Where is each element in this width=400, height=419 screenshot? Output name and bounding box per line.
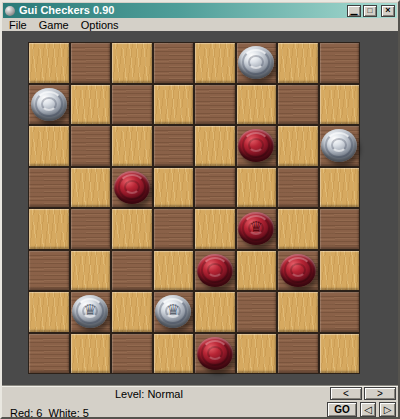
square-r6c1[interactable] (29, 251, 69, 291)
square-r4c4[interactable] (154, 168, 194, 208)
square-r7c6[interactable] (237, 292, 277, 332)
square-r3c4[interactable] (154, 126, 194, 166)
close-button[interactable]: × (381, 5, 395, 17)
square-r4c8[interactable] (320, 168, 360, 208)
menu-bar: File Game Options (2, 18, 398, 31)
menu-options[interactable]: Options (76, 19, 126, 31)
square-r7c5[interactable] (195, 292, 235, 332)
prev-move-button[interactable]: < (330, 387, 362, 400)
board: ♛♛♛ (28, 42, 360, 374)
square-r4c1[interactable] (29, 168, 69, 208)
square-r8c7[interactable] (278, 334, 318, 374)
square-r3c6[interactable] (237, 126, 277, 166)
status-bar: Red: 6 White: 5 Eval: -23 KNodes: 7539 D… (2, 385, 398, 419)
square-r6c6[interactable] (237, 251, 277, 291)
go-button[interactable]: GO (327, 402, 357, 417)
square-r3c8[interactable] (320, 126, 360, 166)
square-r5c1[interactable] (29, 209, 69, 249)
white-man-piece[interactable] (31, 88, 67, 121)
square-r1c7[interactable] (278, 43, 318, 83)
square-r4c2[interactable] (71, 168, 111, 208)
red-man-piece[interactable] (197, 254, 233, 287)
minimize-button[interactable]: ▁ (347, 5, 361, 17)
menu-file[interactable]: File (4, 19, 34, 31)
square-r8c3[interactable] (112, 334, 152, 374)
square-r6c2[interactable] (71, 251, 111, 291)
square-r5c4[interactable] (154, 209, 194, 249)
square-r2c4[interactable] (154, 85, 194, 125)
square-r5c2[interactable] (71, 209, 111, 249)
square-r3c5[interactable] (195, 126, 235, 166)
square-r5c6[interactable]: ♛ (237, 209, 277, 249)
red-man-piece[interactable] (238, 129, 274, 162)
red-man-piece[interactable] (197, 337, 233, 370)
square-r2c6[interactable] (237, 85, 277, 125)
square-r8c2[interactable] (71, 334, 111, 374)
board-frame: ♛♛♛ (2, 31, 398, 385)
square-r5c7[interactable] (278, 209, 318, 249)
square-r5c3[interactable] (112, 209, 152, 249)
engine-stats: Red: 6 White: 5 Eval: -23 KNodes: 7539 D… (10, 388, 132, 419)
square-r2c5[interactable] (195, 85, 235, 125)
square-r7c4[interactable]: ♛ (154, 292, 194, 332)
menu-game[interactable]: Game (34, 19, 76, 31)
square-r7c8[interactable] (320, 292, 360, 332)
white-man-piece[interactable] (321, 129, 357, 162)
square-r4c3[interactable] (112, 168, 152, 208)
square-r6c5[interactable] (195, 251, 235, 291)
square-r1c3[interactable] (112, 43, 152, 83)
white-man-piece[interactable] (238, 46, 274, 79)
square-r4c7[interactable] (278, 168, 318, 208)
window-title: Gui Checkers 0.90 (19, 4, 347, 17)
square-r8c6[interactable] (237, 334, 277, 374)
square-r1c5[interactable] (195, 43, 235, 83)
square-r2c7[interactable] (278, 85, 318, 125)
square-r8c5[interactable] (195, 334, 235, 374)
square-r8c1[interactable] (29, 334, 69, 374)
square-r6c4[interactable] (154, 251, 194, 291)
square-r3c1[interactable] (29, 126, 69, 166)
next-move-button[interactable]: > (364, 387, 396, 400)
crown-icon: ♛ (238, 216, 274, 238)
square-r6c7[interactable] (278, 251, 318, 291)
maximize-button[interactable]: □ (363, 5, 377, 17)
step-forward-button[interactable]: ▷ (379, 402, 396, 417)
crown-icon: ♛ (72, 299, 108, 321)
square-r4c5[interactable] (195, 168, 235, 208)
app-icon (5, 6, 15, 16)
square-r6c8[interactable] (320, 251, 360, 291)
square-r4c6[interactable] (237, 168, 277, 208)
step-back-button[interactable]: ◁ (360, 402, 376, 417)
square-r2c8[interactable] (320, 85, 360, 125)
crown-icon: ♛ (155, 299, 191, 321)
square-r8c8[interactable] (320, 334, 360, 374)
title-bar[interactable]: Gui Checkers 0.90 ▁ □ × (3, 3, 397, 18)
red-man-piece[interactable] (280, 254, 316, 287)
square-r3c2[interactable] (71, 126, 111, 166)
red-king-piece[interactable]: ♛ (238, 212, 274, 245)
white-king-piece[interactable]: ♛ (72, 295, 108, 328)
level-label: Level: Normal (115, 388, 183, 400)
square-r1c8[interactable] (320, 43, 360, 83)
square-r7c7[interactable] (278, 292, 318, 332)
square-r8c4[interactable] (154, 334, 194, 374)
square-r7c3[interactable] (112, 292, 152, 332)
square-r2c3[interactable] (112, 85, 152, 125)
square-r1c4[interactable] (154, 43, 194, 83)
square-r2c1[interactable] (29, 85, 69, 125)
app-window: Gui Checkers 0.90 ▁ □ × File Game Option… (0, 0, 400, 419)
red-man-piece[interactable] (114, 171, 150, 204)
square-r1c2[interactable] (71, 43, 111, 83)
square-r5c8[interactable] (320, 209, 360, 249)
piece-counts: Red: 6 White: 5 (10, 408, 132, 418)
square-r7c2[interactable]: ♛ (71, 292, 111, 332)
square-r5c5[interactable] (195, 209, 235, 249)
window-controls: ▁ □ × (347, 5, 395, 17)
square-r1c1[interactable] (29, 43, 69, 83)
square-r7c1[interactable] (29, 292, 69, 332)
square-r6c3[interactable] (112, 251, 152, 291)
square-r2c2[interactable] (71, 85, 111, 125)
square-r3c7[interactable] (278, 126, 318, 166)
white-king-piece[interactable]: ♛ (155, 295, 191, 328)
square-r3c3[interactable] (112, 126, 152, 166)
square-r1c6[interactable] (237, 43, 277, 83)
